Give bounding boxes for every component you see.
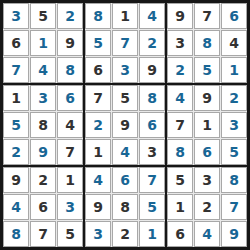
box-8: 467985321 xyxy=(85,167,165,247)
cell-r4c5[interactable]: 5 xyxy=(112,85,138,111)
cell-r8c7[interactable]: 1 xyxy=(167,194,193,220)
cell-r7c4[interactable]: 4 xyxy=(85,167,111,193)
cell-r7c2[interactable]: 2 xyxy=(30,167,56,193)
cell-r7c6[interactable]: 7 xyxy=(139,167,165,193)
cell-r5c8[interactable]: 1 xyxy=(194,112,220,138)
cell-r3c8[interactable]: 5 xyxy=(194,57,220,83)
cell-r5c4[interactable]: 2 xyxy=(85,112,111,138)
cell-r3c1[interactable]: 7 xyxy=(3,57,29,83)
cell-r8c8[interactable]: 2 xyxy=(194,194,220,220)
cell-r6c5[interactable]: 4 xyxy=(112,139,138,165)
cell-r9c9[interactable]: 9 xyxy=(221,221,247,247)
cell-r9c3[interactable]: 5 xyxy=(57,221,83,247)
cell-r7c3[interactable]: 1 xyxy=(57,167,83,193)
cell-r7c5[interactable]: 6 xyxy=(112,167,138,193)
cell-r6c6[interactable]: 3 xyxy=(139,139,165,165)
cell-r7c1[interactable]: 9 xyxy=(3,167,29,193)
cell-r2c8[interactable]: 8 xyxy=(194,30,220,56)
cell-r9c8[interactable]: 4 xyxy=(194,221,220,247)
cell-r5c9[interactable]: 3 xyxy=(221,112,247,138)
cell-r5c7[interactable]: 7 xyxy=(167,112,193,138)
cell-r3c3[interactable]: 8 xyxy=(57,57,83,83)
box-6: 492713865 xyxy=(167,85,247,165)
cell-r9c1[interactable]: 8 xyxy=(3,221,29,247)
cell-r9c7[interactable]: 6 xyxy=(167,221,193,247)
cell-r6c9[interactable]: 5 xyxy=(221,139,247,165)
cell-r8c5[interactable]: 8 xyxy=(112,194,138,220)
cell-r9c5[interactable]: 2 xyxy=(112,221,138,247)
box-4: 136584297 xyxy=(3,85,83,165)
cell-r2c9[interactable]: 4 xyxy=(221,30,247,56)
cell-r1c3[interactable]: 2 xyxy=(57,3,83,29)
cell-r4c4[interactable]: 7 xyxy=(85,85,111,111)
cell-r1c2[interactable]: 5 xyxy=(30,3,56,29)
cell-r6c4[interactable]: 1 xyxy=(85,139,111,165)
cell-r2c4[interactable]: 5 xyxy=(85,30,111,56)
cell-r7c8[interactable]: 3 xyxy=(194,167,220,193)
cell-r8c6[interactable]: 5 xyxy=(139,194,165,220)
cell-r2c6[interactable]: 2 xyxy=(139,30,165,56)
cell-r6c3[interactable]: 7 xyxy=(57,139,83,165)
cell-r1c5[interactable]: 1 xyxy=(112,3,138,29)
cell-r8c3[interactable]: 3 xyxy=(57,194,83,220)
cell-r6c1[interactable]: 2 xyxy=(3,139,29,165)
cell-r8c4[interactable]: 9 xyxy=(85,194,111,220)
cell-r9c2[interactable]: 7 xyxy=(30,221,56,247)
box-3: 976384251 xyxy=(167,3,247,83)
cell-r5c1[interactable]: 5 xyxy=(3,112,29,138)
cell-r4c3[interactable]: 6 xyxy=(57,85,83,111)
cell-r4c7[interactable]: 4 xyxy=(167,85,193,111)
cell-r3c5[interactable]: 3 xyxy=(112,57,138,83)
cell-r8c2[interactable]: 6 xyxy=(30,194,56,220)
cell-r2c5[interactable]: 7 xyxy=(112,30,138,56)
cell-r1c6[interactable]: 4 xyxy=(139,3,165,29)
box-9: 538127649 xyxy=(167,167,247,247)
cell-r2c7[interactable]: 3 xyxy=(167,30,193,56)
cell-r1c1[interactable]: 3 xyxy=(3,3,29,29)
cell-r1c4[interactable]: 8 xyxy=(85,3,111,29)
cell-r3c6[interactable]: 9 xyxy=(139,57,165,83)
cell-r2c2[interactable]: 1 xyxy=(30,30,56,56)
cell-r6c2[interactable]: 9 xyxy=(30,139,56,165)
cell-r8c1[interactable]: 4 xyxy=(3,194,29,220)
cell-r5c3[interactable]: 4 xyxy=(57,112,83,138)
sudoku-board: 3526197488145726399763842511365842977582… xyxy=(0,0,250,250)
cell-r1c9[interactable]: 6 xyxy=(221,3,247,29)
cell-r6c7[interactable]: 8 xyxy=(167,139,193,165)
box-7: 921463875 xyxy=(3,167,83,247)
cell-r5c2[interactable]: 8 xyxy=(30,112,56,138)
cell-r3c4[interactable]: 6 xyxy=(85,57,111,83)
cell-r4c1[interactable]: 1 xyxy=(3,85,29,111)
cell-r6c8[interactable]: 6 xyxy=(194,139,220,165)
cell-r3c2[interactable]: 4 xyxy=(30,57,56,83)
cell-r4c9[interactable]: 2 xyxy=(221,85,247,111)
box-1: 352619748 xyxy=(3,3,83,83)
cell-r7c7[interactable]: 5 xyxy=(167,167,193,193)
cell-r5c5[interactable]: 9 xyxy=(112,112,138,138)
cell-r4c6[interactable]: 8 xyxy=(139,85,165,111)
cell-r2c1[interactable]: 6 xyxy=(3,30,29,56)
box-2: 814572639 xyxy=(85,3,165,83)
cell-r2c3[interactable]: 9 xyxy=(57,30,83,56)
cell-r1c8[interactable]: 7 xyxy=(194,3,220,29)
cell-r9c6[interactable]: 1 xyxy=(139,221,165,247)
cell-r7c9[interactable]: 8 xyxy=(221,167,247,193)
cell-r3c7[interactable]: 2 xyxy=(167,57,193,83)
cell-r9c4[interactable]: 3 xyxy=(85,221,111,247)
box-5: 758296143 xyxy=(85,85,165,165)
cell-r4c8[interactable]: 9 xyxy=(194,85,220,111)
cell-r4c2[interactable]: 3 xyxy=(30,85,56,111)
cell-r3c9[interactable]: 1 xyxy=(221,57,247,83)
cell-r1c7[interactable]: 9 xyxy=(167,3,193,29)
cell-r8c9[interactable]: 7 xyxy=(221,194,247,220)
cell-r5c6[interactable]: 6 xyxy=(139,112,165,138)
